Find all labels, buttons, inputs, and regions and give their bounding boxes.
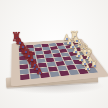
chess-piece-red-pawn: ♟ bbox=[36, 68, 43, 76]
piece-layer: ♜♞♝♛♚♝♞♜♟♟♟♟♟♟♟♟♟♟♟♟♟♟♟♟♜♞♝♛♚♝♞♜ bbox=[0, 0, 108, 108]
studio-background: ♜♞♝♛♚♝♞♜♟♟♟♟♟♟♟♟♟♟♟♟♟♟♟♟♜♞♝♛♚♝♞♜ bbox=[0, 0, 108, 108]
chess-piece-cream-rook: ♜ bbox=[90, 60, 98, 69]
